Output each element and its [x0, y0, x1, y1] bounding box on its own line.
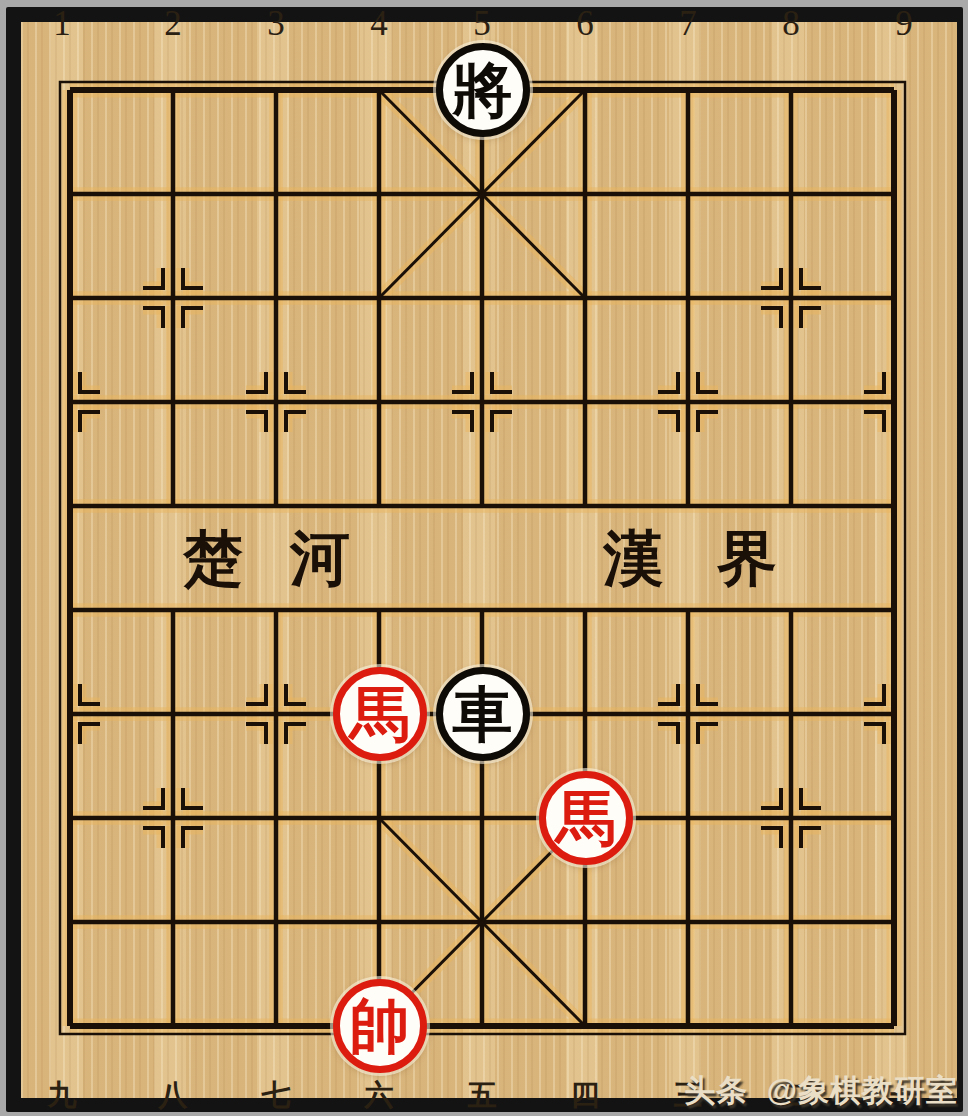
piece-glyph: 馬: [350, 685, 410, 745]
xiangqi-board: 楚河漢界 123456789 九八七六五四三二一 將馬車馬帥 头条 @象棋教研室: [0, 0, 968, 1116]
piece-black-general[interactable]: 將: [436, 43, 530, 137]
piece-glyph: 馬: [556, 789, 616, 849]
pieces-layer: 將馬車馬帥: [19, 38, 946, 1078]
piece-glyph: 車: [453, 685, 513, 745]
piece-red-general[interactable]: 帥: [333, 979, 427, 1073]
piece-red-horse-a[interactable]: 馬: [333, 667, 427, 761]
piece-red-horse-b[interactable]: 馬: [539, 771, 633, 865]
piece-glyph: 帥: [350, 997, 410, 1057]
piece-glyph: 將: [453, 61, 513, 121]
piece-black-chariot[interactable]: 車: [436, 667, 530, 761]
